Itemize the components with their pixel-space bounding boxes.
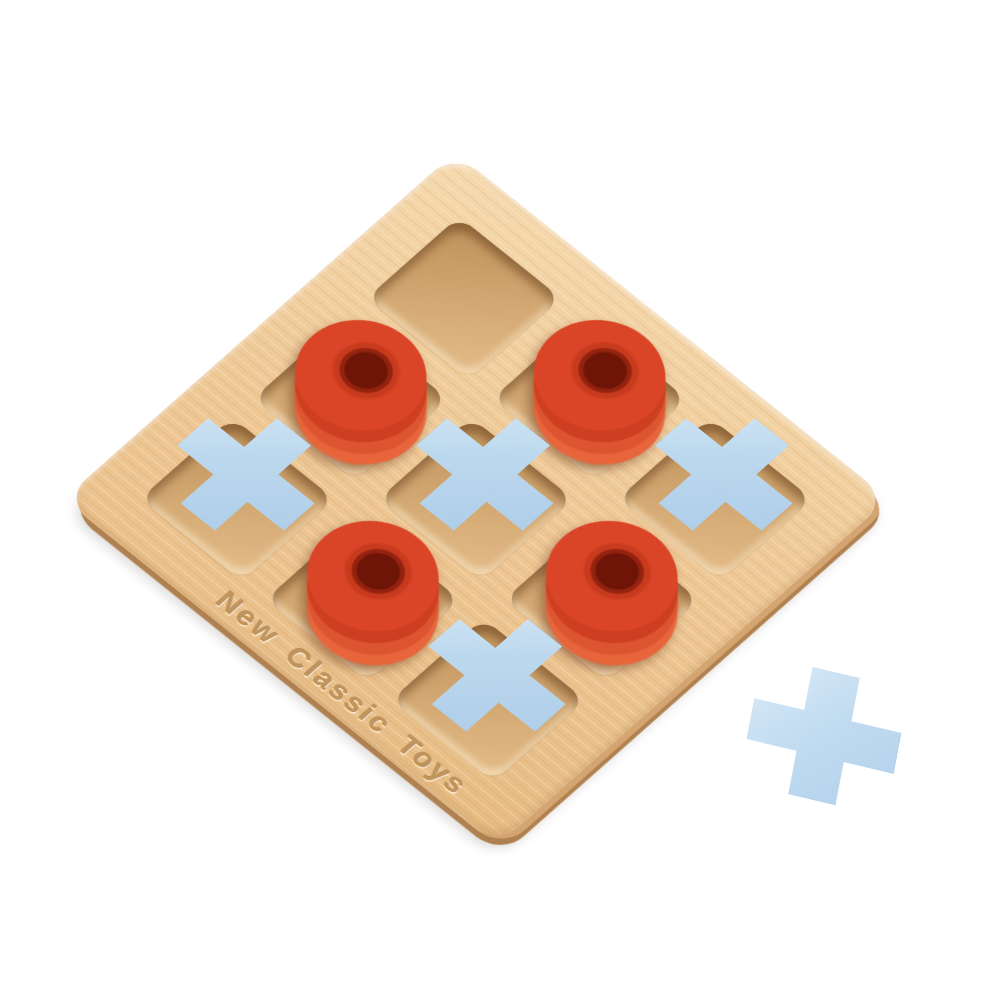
product-photo-scene: New Classic Toys [0, 0, 1000, 1000]
spare-x-piece[interactable] [738, 655, 910, 818]
